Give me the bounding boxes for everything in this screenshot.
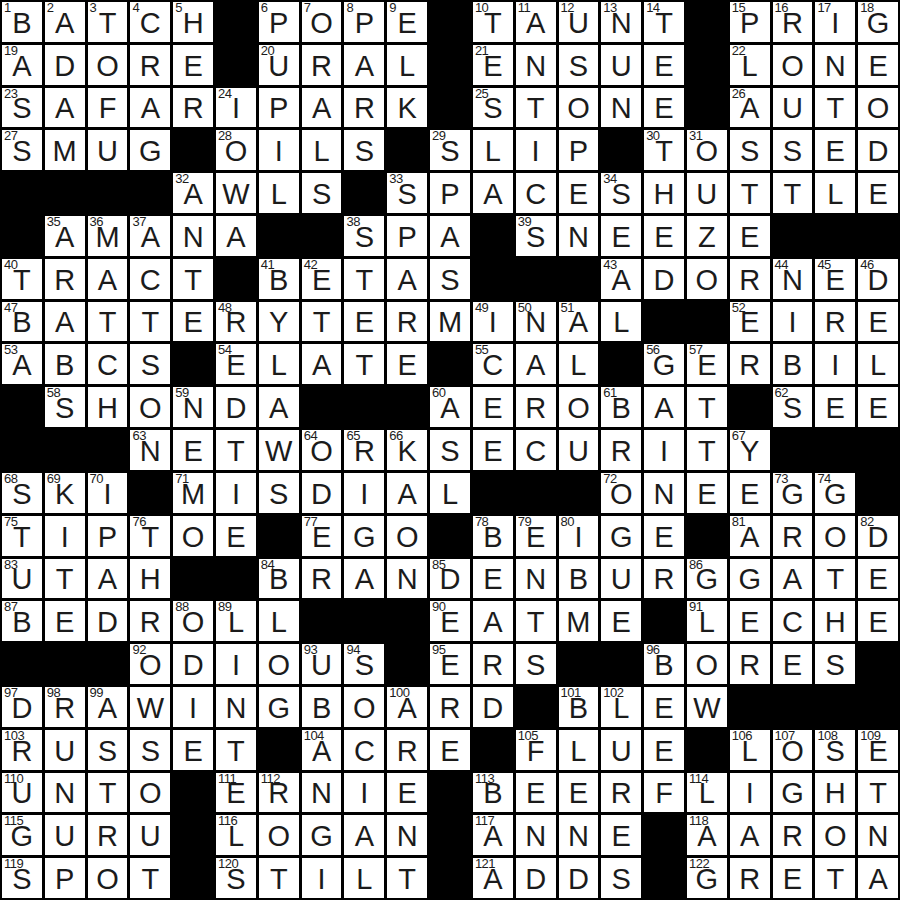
cell-r18c8[interactable]: 104A xyxy=(302,730,342,770)
cell-r12c3[interactable]: 70I xyxy=(88,473,128,513)
cell-r16c7[interactable]: O xyxy=(259,644,299,684)
cell-r19c19[interactable]: G xyxy=(773,773,813,813)
cell-r20c19[interactable]: R xyxy=(773,815,813,855)
cell-r9c12[interactable]: 55C xyxy=(473,344,513,384)
cell-r17c14[interactable]: 101B xyxy=(559,687,599,727)
cell-r19c8[interactable]: N xyxy=(302,773,342,813)
cell-r7c5[interactable]: T xyxy=(173,259,213,299)
cell-r12c17[interactable]: E xyxy=(687,473,727,513)
cell-r10c16[interactable]: A xyxy=(644,387,684,427)
cell-r10c6[interactable]: D xyxy=(216,387,256,427)
cell-r13c1[interactable]: 75T xyxy=(2,516,42,556)
cell-r14c8[interactable]: R xyxy=(302,559,342,599)
cell-r12c9[interactable]: I xyxy=(344,473,384,513)
cell-r21c1[interactable]: 119S xyxy=(2,858,42,898)
cell-r9c4[interactable]: S xyxy=(130,344,170,384)
cell-r17c2[interactable]: 98R xyxy=(45,687,85,727)
cell-r20c10[interactable]: N xyxy=(387,815,427,855)
cell-r15c3[interactable]: D xyxy=(88,601,128,641)
cell-r10c7[interactable]: A xyxy=(259,387,299,427)
cell-r7c4[interactable]: C xyxy=(130,259,170,299)
cell-r4c18[interactable]: S xyxy=(730,130,770,170)
cell-r3c10[interactable]: K xyxy=(387,88,427,128)
cell-r17c3[interactable]: 99A xyxy=(88,687,128,727)
cell-r15c11[interactable]: 90E xyxy=(430,601,470,641)
cell-r13c21[interactable]: 82D xyxy=(858,516,898,556)
cell-r15c12[interactable]: A xyxy=(473,601,513,641)
cell-r1c9[interactable]: 8P xyxy=(344,2,384,42)
cell-r10c17[interactable]: T xyxy=(687,387,727,427)
cell-r5c20[interactable]: L xyxy=(815,173,855,213)
cell-r21c3[interactable]: O xyxy=(88,858,128,898)
cell-r16c4[interactable]: 92O xyxy=(130,644,170,684)
cell-r13c8[interactable]: 77E xyxy=(302,516,342,556)
cell-r14c18[interactable]: G xyxy=(730,559,770,599)
cell-r13c5[interactable]: O xyxy=(173,516,213,556)
cell-r2c7[interactable]: 20U xyxy=(259,45,299,85)
cell-r2c5[interactable]: E xyxy=(173,45,213,85)
cell-r8c10[interactable]: R xyxy=(387,302,427,342)
cell-r16c20[interactable]: S xyxy=(815,644,855,684)
cell-r21c14[interactable]: D xyxy=(559,858,599,898)
cell-r8c9[interactable]: E xyxy=(344,302,384,342)
cell-r11c10[interactable]: 66K xyxy=(387,430,427,470)
cell-r10c11[interactable]: 60A xyxy=(430,387,470,427)
cell-r15c17[interactable]: 91L xyxy=(687,601,727,641)
cell-r6c11[interactable]: A xyxy=(430,216,470,256)
cell-r20c13[interactable]: N xyxy=(516,815,556,855)
cell-r11c7[interactable]: W xyxy=(259,430,299,470)
cell-r3c3[interactable]: F xyxy=(88,88,128,128)
cell-r3c13[interactable]: T xyxy=(516,88,556,128)
cell-r8c14[interactable]: 51A xyxy=(559,302,599,342)
cell-r5c19[interactable]: T xyxy=(773,173,813,213)
cell-r18c4[interactable]: S xyxy=(130,730,170,770)
cell-r7c11[interactable]: S xyxy=(430,259,470,299)
cell-r2c3[interactable]: O xyxy=(88,45,128,85)
cell-r12c7[interactable]: S xyxy=(259,473,299,513)
cell-r16c17[interactable]: O xyxy=(687,644,727,684)
cell-r20c18[interactable]: A xyxy=(730,815,770,855)
cell-r12c10[interactable]: A xyxy=(387,473,427,513)
cell-r16c5[interactable]: D xyxy=(173,644,213,684)
cell-r1c13[interactable]: 11A xyxy=(516,2,556,42)
cell-r21c9[interactable]: L xyxy=(344,858,384,898)
cell-r8c12[interactable]: 49I xyxy=(473,302,513,342)
cell-r10c19[interactable]: 62S xyxy=(773,387,813,427)
cell-r5c6[interactable]: W xyxy=(216,173,256,213)
cell-r2c10[interactable]: L xyxy=(387,45,427,85)
cell-r21c6[interactable]: 120S xyxy=(216,858,256,898)
cell-r18c15[interactable]: U xyxy=(601,730,641,770)
cell-r9c19[interactable]: B xyxy=(773,344,813,384)
cell-r15c18[interactable]: E xyxy=(730,601,770,641)
cell-r12c20[interactable]: 74G xyxy=(815,473,855,513)
cell-r2c2[interactable]: D xyxy=(45,45,85,85)
cell-r21c20[interactable]: T xyxy=(815,858,855,898)
cell-r4c20[interactable]: E xyxy=(815,130,855,170)
cell-r13c16[interactable]: E xyxy=(644,516,684,556)
cell-r1c7[interactable]: 6P xyxy=(259,2,299,42)
cell-r18c5[interactable]: E xyxy=(173,730,213,770)
cell-r4c8[interactable]: L xyxy=(302,130,342,170)
cell-r3c6[interactable]: 24I xyxy=(216,88,256,128)
cell-r5c21[interactable]: E xyxy=(858,173,898,213)
cell-r6c2[interactable]: 35A xyxy=(45,216,85,256)
cell-r15c15[interactable]: E xyxy=(601,601,641,641)
cell-r21c12[interactable]: 121A xyxy=(473,858,513,898)
cell-r16c11[interactable]: 95E xyxy=(430,644,470,684)
cell-r3c14[interactable]: O xyxy=(559,88,599,128)
cell-r5c16[interactable]: H xyxy=(644,173,684,213)
cell-r20c9[interactable]: A xyxy=(344,815,384,855)
cell-r13c12[interactable]: 78B xyxy=(473,516,513,556)
cell-r3c4[interactable]: A xyxy=(130,88,170,128)
cell-r5c5[interactable]: 32A xyxy=(173,173,213,213)
cell-r19c20[interactable]: H xyxy=(815,773,855,813)
cell-r15c7[interactable]: L xyxy=(259,601,299,641)
cell-r15c13[interactable]: T xyxy=(516,601,556,641)
cell-r14c1[interactable]: 83U xyxy=(2,559,42,599)
cell-r4c9[interactable]: S xyxy=(344,130,384,170)
cell-r9c1[interactable]: 53A xyxy=(2,344,42,384)
cell-r13c3[interactable]: P xyxy=(88,516,128,556)
cell-r17c1[interactable]: 97D xyxy=(2,687,42,727)
cell-r8c15[interactable]: L xyxy=(601,302,641,342)
cell-r6c10[interactable]: P xyxy=(387,216,427,256)
cell-r12c19[interactable]: 73G xyxy=(773,473,813,513)
cell-r12c5[interactable]: 71M xyxy=(173,473,213,513)
cell-r18c10[interactable]: R xyxy=(387,730,427,770)
cell-r11c16[interactable]: I xyxy=(644,430,684,470)
cell-r14c11[interactable]: 85D xyxy=(430,559,470,599)
cell-r20c20[interactable]: O xyxy=(815,815,855,855)
cell-r21c2[interactable]: P xyxy=(45,858,85,898)
cell-r4c16[interactable]: 30T xyxy=(644,130,684,170)
cell-r1c2[interactable]: 2A xyxy=(45,2,85,42)
cell-r21c8[interactable]: I xyxy=(302,858,342,898)
cell-r5c12[interactable]: A xyxy=(473,173,513,213)
cell-r12c18[interactable]: E xyxy=(730,473,770,513)
cell-r10c2[interactable]: 58S xyxy=(45,387,85,427)
cell-r10c20[interactable]: E xyxy=(815,387,855,427)
cell-r19c18[interactable]: I xyxy=(730,773,770,813)
cell-r4c17[interactable]: 31O xyxy=(687,130,727,170)
cell-r13c19[interactable]: R xyxy=(773,516,813,556)
cell-r13c15[interactable]: G xyxy=(601,516,641,556)
cell-r11c18[interactable]: 67Y xyxy=(730,430,770,470)
cell-r7c7[interactable]: 41B xyxy=(259,259,299,299)
cell-r3c2[interactable]: A xyxy=(45,88,85,128)
cell-r5c15[interactable]: 34S xyxy=(601,173,641,213)
cell-r3c18[interactable]: 26A xyxy=(730,88,770,128)
cell-r19c12[interactable]: 113B xyxy=(473,773,513,813)
cell-r2c1[interactable]: 19A xyxy=(2,45,42,85)
cell-r10c13[interactable]: R xyxy=(516,387,556,427)
cell-r1c8[interactable]: 7O xyxy=(302,2,342,42)
cell-r11c13[interactable]: C xyxy=(516,430,556,470)
cell-r11c8[interactable]: 64O xyxy=(302,430,342,470)
cell-r20c17[interactable]: 118A xyxy=(687,815,727,855)
cell-r8c4[interactable]: T xyxy=(130,302,170,342)
cell-r19c2[interactable]: N xyxy=(45,773,85,813)
cell-r3c20[interactable]: T xyxy=(815,88,855,128)
cell-r6c3[interactable]: 36M xyxy=(88,216,128,256)
cell-r18c20[interactable]: 108S xyxy=(815,730,855,770)
cell-r8c6[interactable]: 48R xyxy=(216,302,256,342)
cell-r3c1[interactable]: 23S xyxy=(2,88,42,128)
cell-r4c21[interactable]: D xyxy=(858,130,898,170)
cell-r8c11[interactable]: M xyxy=(430,302,470,342)
cell-r3c16[interactable]: E xyxy=(644,88,684,128)
cell-r17c8[interactable]: B xyxy=(302,687,342,727)
cell-r8c5[interactable]: E xyxy=(173,302,213,342)
cell-r4c11[interactable]: 29S xyxy=(430,130,470,170)
cell-r15c19[interactable]: C xyxy=(773,601,813,641)
cell-r4c7[interactable]: I xyxy=(259,130,299,170)
cell-r16c18[interactable]: R xyxy=(730,644,770,684)
cell-r13c13[interactable]: 79E xyxy=(516,516,556,556)
cell-r9c8[interactable]: A xyxy=(302,344,342,384)
cell-r1c5[interactable]: 5H xyxy=(173,2,213,42)
cell-r1c4[interactable]: 4C xyxy=(130,2,170,42)
cell-r9c18[interactable]: R xyxy=(730,344,770,384)
cell-r13c9[interactable]: G xyxy=(344,516,384,556)
cell-r21c19[interactable]: E xyxy=(773,858,813,898)
cell-r4c19[interactable]: S xyxy=(773,130,813,170)
cell-r1c1[interactable]: 1B xyxy=(2,2,42,42)
cell-r15c20[interactable]: H xyxy=(815,601,855,641)
cell-r5c17[interactable]: U xyxy=(687,173,727,213)
cell-r14c15[interactable]: U xyxy=(601,559,641,599)
cell-r15c21[interactable]: E xyxy=(858,601,898,641)
cell-r3c12[interactable]: 25S xyxy=(473,88,513,128)
cell-r8c3[interactable]: T xyxy=(88,302,128,342)
cell-r8c8[interactable]: T xyxy=(302,302,342,342)
cell-r13c6[interactable]: E xyxy=(216,516,256,556)
cell-r21c17[interactable]: 122G xyxy=(687,858,727,898)
cell-r12c2[interactable]: 69K xyxy=(45,473,85,513)
cell-r7c9[interactable]: T xyxy=(344,259,384,299)
cell-r6c9[interactable]: 38S xyxy=(344,216,384,256)
cell-r17c12[interactable]: D xyxy=(473,687,513,727)
cell-r18c3[interactable]: S xyxy=(88,730,128,770)
cell-r15c5[interactable]: 88O xyxy=(173,601,213,641)
cell-r20c12[interactable]: 117A xyxy=(473,815,513,855)
cell-r10c5[interactable]: 59N xyxy=(173,387,213,427)
cell-r21c21[interactable]: A xyxy=(858,858,898,898)
cell-r1c15[interactable]: 13N xyxy=(601,2,641,42)
cell-r9c20[interactable]: I xyxy=(815,344,855,384)
cell-r11c9[interactable]: 65R xyxy=(344,430,384,470)
cell-r20c4[interactable]: U xyxy=(130,815,170,855)
cell-r10c21[interactable]: E xyxy=(858,387,898,427)
cell-r4c12[interactable]: L xyxy=(473,130,513,170)
cell-r18c9[interactable]: C xyxy=(344,730,384,770)
cell-r17c5[interactable]: I xyxy=(173,687,213,727)
cell-r6c14[interactable]: N xyxy=(559,216,599,256)
cell-r19c6[interactable]: 111E xyxy=(216,773,256,813)
cell-r11c15[interactable]: R xyxy=(601,430,641,470)
cell-r18c13[interactable]: 105F xyxy=(516,730,556,770)
cell-r19c10[interactable]: E xyxy=(387,773,427,813)
cell-r16c12[interactable]: R xyxy=(473,644,513,684)
cell-r9c13[interactable]: A xyxy=(516,344,556,384)
cell-r16c9[interactable]: 94S xyxy=(344,644,384,684)
cell-r15c14[interactable]: M xyxy=(559,601,599,641)
cell-r16c6[interactable]: I xyxy=(216,644,256,684)
cell-r20c7[interactable]: O xyxy=(259,815,299,855)
cell-r17c9[interactable]: O xyxy=(344,687,384,727)
cell-r21c7[interactable]: T xyxy=(259,858,299,898)
cell-r4c4[interactable]: G xyxy=(130,130,170,170)
cell-r2c19[interactable]: O xyxy=(773,45,813,85)
cell-r17c7[interactable]: G xyxy=(259,687,299,727)
cell-r14c13[interactable]: N xyxy=(516,559,556,599)
cell-r8c2[interactable]: A xyxy=(45,302,85,342)
cell-r21c15[interactable]: S xyxy=(601,858,641,898)
cell-r7c18[interactable]: R xyxy=(730,259,770,299)
cell-r5c14[interactable]: E xyxy=(559,173,599,213)
cell-r17c6[interactable]: N xyxy=(216,687,256,727)
cell-r18c16[interactable]: E xyxy=(644,730,684,770)
cell-r20c8[interactable]: G xyxy=(302,815,342,855)
cell-r1c18[interactable]: 15P xyxy=(730,2,770,42)
cell-r6c18[interactable]: E xyxy=(730,216,770,256)
cell-r11c5[interactable]: E xyxy=(173,430,213,470)
cell-r3c7[interactable]: P xyxy=(259,88,299,128)
cell-r9c9[interactable]: T xyxy=(344,344,384,384)
cell-r8c21[interactable]: E xyxy=(858,302,898,342)
cell-r2c16[interactable]: E xyxy=(644,45,684,85)
cell-r7c3[interactable]: A xyxy=(88,259,128,299)
cell-r14c2[interactable]: T xyxy=(45,559,85,599)
cell-r12c6[interactable]: I xyxy=(216,473,256,513)
cell-r9c7[interactable]: L xyxy=(259,344,299,384)
cell-r21c13[interactable]: D xyxy=(516,858,556,898)
cell-r12c8[interactable]: D xyxy=(302,473,342,513)
cell-r19c1[interactable]: 110U xyxy=(2,773,42,813)
cell-r6c15[interactable]: E xyxy=(601,216,641,256)
cell-r17c16[interactable]: E xyxy=(644,687,684,727)
cell-r19c15[interactable]: R xyxy=(601,773,641,813)
cell-r15c6[interactable]: 89L xyxy=(216,601,256,641)
cell-r14c14[interactable]: B xyxy=(559,559,599,599)
cell-r10c15[interactable]: 61B xyxy=(601,387,641,427)
cell-r4c3[interactable]: U xyxy=(88,130,128,170)
cell-r7c16[interactable]: D xyxy=(644,259,684,299)
cell-r2c12[interactable]: 21E xyxy=(473,45,513,85)
cell-r1c12[interactable]: 10T xyxy=(473,2,513,42)
cell-r13c2[interactable]: I xyxy=(45,516,85,556)
cell-r9c2[interactable]: B xyxy=(45,344,85,384)
cell-r9c21[interactable]: L xyxy=(858,344,898,384)
cell-r3c15[interactable]: N xyxy=(601,88,641,128)
cell-r10c4[interactable]: O xyxy=(130,387,170,427)
cell-r7c15[interactable]: 43A xyxy=(601,259,641,299)
cell-r17c15[interactable]: 102L xyxy=(601,687,641,727)
cell-r18c19[interactable]: 107O xyxy=(773,730,813,770)
cell-r14c10[interactable]: N xyxy=(387,559,427,599)
cell-r6c5[interactable]: N xyxy=(173,216,213,256)
cell-r2c13[interactable]: N xyxy=(516,45,556,85)
cell-r10c12[interactable]: E xyxy=(473,387,513,427)
cell-r6c4[interactable]: 37A xyxy=(130,216,170,256)
cell-r4c13[interactable]: I xyxy=(516,130,556,170)
cell-r11c6[interactable]: T xyxy=(216,430,256,470)
cell-r13c18[interactable]: 81A xyxy=(730,516,770,556)
cell-r12c1[interactable]: 68S xyxy=(2,473,42,513)
cell-r7c2[interactable]: R xyxy=(45,259,85,299)
cell-r8c1[interactable]: 47B xyxy=(2,302,42,342)
cell-r15c1[interactable]: 87B xyxy=(2,601,42,641)
cell-r1c10[interactable]: 9E xyxy=(387,2,427,42)
cell-r8c13[interactable]: 50N xyxy=(516,302,556,342)
cell-r18c11[interactable]: E xyxy=(430,730,470,770)
cell-r20c21[interactable]: N xyxy=(858,815,898,855)
cell-r13c4[interactable]: 76T xyxy=(130,516,170,556)
cell-r20c2[interactable]: U xyxy=(45,815,85,855)
cell-r18c18[interactable]: 106L xyxy=(730,730,770,770)
cell-r8c19[interactable]: I xyxy=(773,302,813,342)
cell-r3c9[interactable]: R xyxy=(344,88,384,128)
cell-r1c19[interactable]: 16R xyxy=(773,2,813,42)
cell-r2c15[interactable]: U xyxy=(601,45,641,85)
cell-r14c17[interactable]: 86G xyxy=(687,559,727,599)
cell-r14c12[interactable]: E xyxy=(473,559,513,599)
cell-r1c20[interactable]: 17I xyxy=(815,2,855,42)
cell-r11c11[interactable]: S xyxy=(430,430,470,470)
cell-r15c2[interactable]: E xyxy=(45,601,85,641)
cell-r19c16[interactable]: F xyxy=(644,773,684,813)
cell-r14c4[interactable]: H xyxy=(130,559,170,599)
cell-r6c17[interactable]: Z xyxy=(687,216,727,256)
cell-r19c13[interactable]: E xyxy=(516,773,556,813)
cell-r15c4[interactable]: R xyxy=(130,601,170,641)
cell-r9c17[interactable]: 57E xyxy=(687,344,727,384)
cell-r18c21[interactable]: 109E xyxy=(858,730,898,770)
cell-r5c11[interactable]: P xyxy=(430,173,470,213)
cell-r2c18[interactable]: 22L xyxy=(730,45,770,85)
cell-r16c19[interactable]: E xyxy=(773,644,813,684)
cell-r7c21[interactable]: 46D xyxy=(858,259,898,299)
cell-r19c17[interactable]: 114L xyxy=(687,773,727,813)
cell-r7c1[interactable]: 40T xyxy=(2,259,42,299)
cell-r14c16[interactable]: R xyxy=(644,559,684,599)
cell-r6c6[interactable]: A xyxy=(216,216,256,256)
cell-r12c11[interactable]: L xyxy=(430,473,470,513)
cell-r17c11[interactable]: R xyxy=(430,687,470,727)
cell-r1c3[interactable]: 3T xyxy=(88,2,128,42)
cell-r20c3[interactable]: R xyxy=(88,815,128,855)
cell-r4c14[interactable]: P xyxy=(559,130,599,170)
cell-r18c2[interactable]: U xyxy=(45,730,85,770)
cell-r2c20[interactable]: N xyxy=(815,45,855,85)
cell-r1c14[interactable]: 12U xyxy=(559,2,599,42)
cell-r12c16[interactable]: N xyxy=(644,473,684,513)
cell-r19c21[interactable]: T xyxy=(858,773,898,813)
cell-r14c21[interactable]: E xyxy=(858,559,898,599)
cell-r4c2[interactable]: M xyxy=(45,130,85,170)
cell-r5c18[interactable]: T xyxy=(730,173,770,213)
cell-r2c4[interactable]: R xyxy=(130,45,170,85)
cell-r7c20[interactable]: 45E xyxy=(815,259,855,299)
cell-r14c9[interactable]: A xyxy=(344,559,384,599)
cell-r17c10[interactable]: 100A xyxy=(387,687,427,727)
cell-r7c10[interactable]: A xyxy=(387,259,427,299)
cell-r9c3[interactable]: C xyxy=(88,344,128,384)
cell-r13c10[interactable]: O xyxy=(387,516,427,556)
